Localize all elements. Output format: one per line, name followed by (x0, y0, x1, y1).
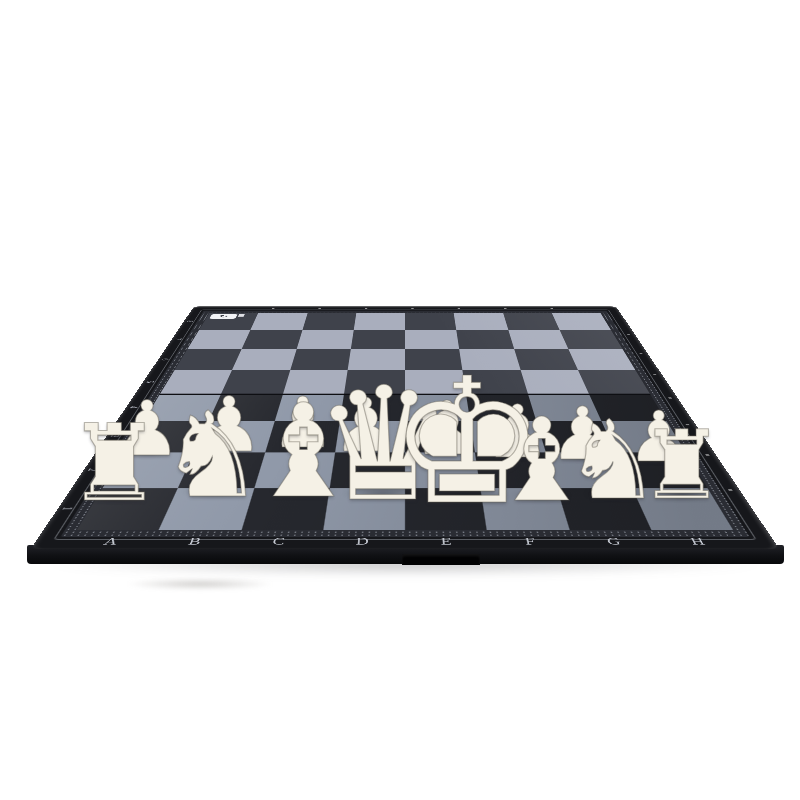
square-b6 (232, 349, 296, 370)
square-f8 (454, 313, 508, 330)
rank-label-7: 7 (151, 337, 207, 342)
file-label-c: C (236, 535, 323, 548)
product-photo-scene: ↻ ABCDEFGH 87654321 ♜♟♞♟♝♟♛♟♚♟♝♟♞♟♜♟ (0, 0, 800, 800)
brand-logo-text (237, 314, 244, 317)
frame-rivet-dots-top (228, 308, 582, 309)
square-e8 (405, 313, 456, 330)
file-label-h: H (653, 535, 744, 548)
brand-logo: ↻ (209, 314, 238, 319)
square-b7 (242, 330, 302, 349)
piece-white-rook-a1: ♜ (61, 411, 167, 517)
floor-smudge (125, 578, 275, 590)
circular-arrow-icon: ↻ (219, 315, 229, 318)
file-label-a: A (66, 535, 157, 548)
rank-label-6: 6 (136, 357, 195, 362)
file-label-g: G (570, 535, 659, 548)
square-h7 (559, 330, 622, 349)
square-h8 (552, 313, 611, 330)
square-c7 (296, 330, 353, 349)
square-b8 (251, 313, 308, 330)
square-c8 (302, 313, 356, 330)
piece-white-rook-h1: ♜ (634, 418, 729, 513)
latch-notch (402, 554, 480, 565)
rank-label-8: 8 (164, 319, 217, 323)
square-d8 (354, 313, 405, 330)
file-label-b: B (151, 535, 240, 548)
square-g8 (503, 313, 560, 330)
